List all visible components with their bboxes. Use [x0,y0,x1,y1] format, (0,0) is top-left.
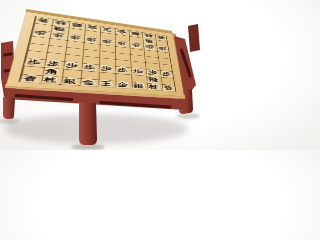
stand-leg-left [3,97,15,119]
board-cell[interactable]: 歩 [145,68,160,76]
piece-sente-pawn[interactable]: 歩 [131,67,145,75]
piece-sente-silver[interactable]: 銀 [61,77,79,86]
stand-leg-far-right [188,24,200,52]
shogi-set-photo: 香桂銀金玉金銀桂香飛角歩歩歩歩歩歩歩歩歩歩歩歩歩歩歩歩歩歩角飛香桂銀金王金銀桂香 [0,0,200,150]
board-cell[interactable]: 銀 [60,76,80,86]
piece-sente-gold[interactable]: 金 [80,78,97,87]
right-leg-shadow [176,113,200,119]
board-cell[interactable]: 歩 [159,70,174,78]
piece-sente-lance[interactable]: 香 [19,74,40,84]
piece-sente-knight[interactable]: 桂 [41,75,61,84]
board-cell[interactable]: 歩 [98,64,115,73]
piece-sente-knight[interactable]: 桂 [147,83,162,91]
piece-sente-rook[interactable]: 飛 [146,76,160,84]
piece-sente-bishop[interactable]: 角 [42,67,61,76]
board-cell[interactable]: 香 [18,73,41,83]
board-cell[interactable]: 金 [79,78,98,87]
stand-leg-front [79,102,97,145]
piece-sente-pawn[interactable]: 歩 [44,59,63,68]
board-cell[interactable]: 飛 [145,75,160,83]
rail-left-slot [5,54,12,55]
board-cell[interactable]: 桂 [40,75,61,85]
piece-sente-pawn[interactable]: 歩 [63,61,80,70]
board-cell[interactable]: 桂 [146,83,162,91]
board-cell[interactable]: 角 [41,67,62,77]
piece-sente-gold[interactable]: 金 [115,80,130,89]
piece-sente-silver[interactable]: 銀 [131,82,146,90]
board-cell[interactable]: 歩 [130,67,146,75]
board-cell[interactable]: 歩 [114,66,130,75]
board-cell[interactable]: 金 [115,80,132,89]
piece-sente-lance[interactable]: 香 [162,84,176,92]
piece-sente-king[interactable]: 王 [98,79,114,88]
board-cell[interactable]: 香 [161,84,176,92]
piece-sente-pawn[interactable]: 歩 [115,66,130,74]
board-cell[interactable]: 銀 [131,81,147,90]
piece-sente-pawn[interactable]: 歩 [160,70,174,78]
piece-sente-pawn[interactable]: 歩 [145,69,159,77]
piece-sente-pawn[interactable]: 歩 [24,57,44,66]
board-cell[interactable]: 王 [97,79,114,88]
piece-sente-pawn[interactable]: 歩 [81,63,97,72]
piece-sente-pawn[interactable]: 歩 [99,64,114,72]
